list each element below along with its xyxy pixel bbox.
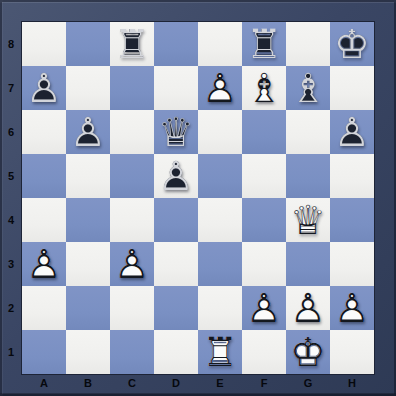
square-e3[interactable] [198, 242, 242, 286]
square-g7[interactable]: ♝♗ [286, 66, 330, 110]
white-bishop-outline-icon: ♗ [242, 66, 286, 110]
file-label-h: H [330, 374, 374, 396]
square-g8[interactable] [286, 22, 330, 66]
square-d5[interactable]: ♟♙ [154, 154, 198, 198]
square-h4[interactable] [330, 198, 374, 242]
square-e6[interactable] [198, 110, 242, 154]
black-pawn-outline-icon: ♙ [330, 110, 374, 154]
square-f1[interactable] [242, 330, 286, 374]
piece-black-bishop[interactable]: ♝♗ [286, 66, 330, 110]
file-label-a: A [22, 374, 66, 396]
white-rook-outline-icon: ♖ [198, 330, 242, 374]
square-e1[interactable]: ♜♖ [198, 330, 242, 374]
file-label-e: E [198, 374, 242, 396]
square-g1[interactable]: ♚♔ [286, 330, 330, 374]
chess-board: ♜♖♜♖♚♔♟♙♟♙♝♗♝♗♟♙♛♕♟♙♟♙♛♕♟♙♟♙♟♙♟♙♟♙♜♖♚♔ [22, 22, 374, 374]
square-a6[interactable] [22, 110, 66, 154]
square-a8[interactable] [22, 22, 66, 66]
square-g2[interactable]: ♟♙ [286, 286, 330, 330]
square-f5[interactable] [242, 154, 286, 198]
piece-white-pawn[interactable]: ♟♙ [286, 286, 330, 330]
rank-label-7: 7 [0, 66, 22, 110]
square-g3[interactable] [286, 242, 330, 286]
square-h8[interactable]: ♚♔ [330, 22, 374, 66]
piece-white-pawn[interactable]: ♟♙ [110, 242, 154, 286]
square-h6[interactable]: ♟♙ [330, 110, 374, 154]
white-pawn-outline-icon: ♙ [110, 242, 154, 286]
piece-black-king[interactable]: ♚♔ [330, 22, 374, 66]
black-queen-outline-icon: ♕ [154, 110, 198, 154]
square-c3[interactable]: ♟♙ [110, 242, 154, 286]
square-e2[interactable] [198, 286, 242, 330]
file-label-g: G [286, 374, 330, 396]
square-c5[interactable] [110, 154, 154, 198]
square-c6[interactable] [110, 110, 154, 154]
square-b8[interactable] [66, 22, 110, 66]
square-b1[interactable] [66, 330, 110, 374]
file-label-f: F [242, 374, 286, 396]
black-pawn-outline-icon: ♙ [154, 154, 198, 198]
square-c4[interactable] [110, 198, 154, 242]
square-c1[interactable] [110, 330, 154, 374]
square-a7[interactable]: ♟♙ [22, 66, 66, 110]
square-b5[interactable] [66, 154, 110, 198]
black-rook-outline-icon: ♖ [242, 22, 286, 66]
piece-black-pawn[interactable]: ♟♙ [66, 110, 110, 154]
chess-board-frame: 87654321 ABCDEFGH ♜♖♜♖♚♔♟♙♟♙♝♗♝♗♟♙♛♕♟♙♟♙… [0, 0, 396, 396]
rank-label-4: 4 [0, 198, 22, 242]
square-f8[interactable]: ♜♖ [242, 22, 286, 66]
piece-black-pawn[interactable]: ♟♙ [330, 110, 374, 154]
square-a3[interactable]: ♟♙ [22, 242, 66, 286]
white-pawn-outline-icon: ♙ [198, 66, 242, 110]
square-d4[interactable] [154, 198, 198, 242]
square-h7[interactable] [330, 66, 374, 110]
square-f7[interactable]: ♝♗ [242, 66, 286, 110]
square-h5[interactable] [330, 154, 374, 198]
rank-label-1: 1 [0, 330, 22, 374]
rank-label-8: 8 [0, 22, 22, 66]
file-labels: ABCDEFGH [22, 374, 374, 396]
rank-label-2: 2 [0, 286, 22, 330]
square-h1[interactable] [330, 330, 374, 374]
square-c2[interactable] [110, 286, 154, 330]
piece-white-rook[interactable]: ♜♖ [198, 330, 242, 374]
file-label-b: B [66, 374, 110, 396]
piece-white-pawn[interactable]: ♟♙ [198, 66, 242, 110]
square-g6[interactable] [286, 110, 330, 154]
square-h3[interactable] [330, 242, 374, 286]
square-b7[interactable] [66, 66, 110, 110]
square-f4[interactable] [242, 198, 286, 242]
square-f6[interactable] [242, 110, 286, 154]
piece-white-pawn[interactable]: ♟♙ [242, 286, 286, 330]
white-queen-outline-icon: ♕ [286, 198, 330, 242]
square-c8[interactable]: ♜♖ [110, 22, 154, 66]
white-pawn-outline-icon: ♙ [22, 242, 66, 286]
black-pawn-outline-icon: ♙ [66, 110, 110, 154]
file-label-d: D [154, 374, 198, 396]
black-king-outline-icon: ♔ [330, 22, 374, 66]
piece-white-pawn[interactable]: ♟♙ [22, 242, 66, 286]
square-f2[interactable]: ♟♙ [242, 286, 286, 330]
square-e4[interactable] [198, 198, 242, 242]
white-king-outline-icon: ♔ [286, 330, 330, 374]
rank-label-6: 6 [0, 110, 22, 154]
square-d7[interactable] [154, 66, 198, 110]
square-d6[interactable]: ♛♕ [154, 110, 198, 154]
piece-black-rook[interactable]: ♜♖ [110, 22, 154, 66]
black-rook-outline-icon: ♖ [110, 22, 154, 66]
square-g4[interactable]: ♛♕ [286, 198, 330, 242]
piece-white-queen[interactable]: ♛♕ [286, 198, 330, 242]
square-b2[interactable] [66, 286, 110, 330]
square-h2[interactable]: ♟♙ [330, 286, 374, 330]
piece-black-pawn[interactable]: ♟♙ [22, 66, 66, 110]
square-b4[interactable] [66, 198, 110, 242]
rank-labels: 87654321 [0, 22, 22, 374]
square-a4[interactable] [22, 198, 66, 242]
square-a2[interactable] [22, 286, 66, 330]
piece-black-rook[interactable]: ♜♖ [242, 22, 286, 66]
square-e7[interactable]: ♟♙ [198, 66, 242, 110]
square-b3[interactable] [66, 242, 110, 286]
piece-white-king[interactable]: ♚♔ [286, 330, 330, 374]
square-d1[interactable] [154, 330, 198, 374]
square-e8[interactable] [198, 22, 242, 66]
black-bishop-outline-icon: ♗ [286, 66, 330, 110]
rank-label-5: 5 [0, 154, 22, 198]
file-label-c: C [110, 374, 154, 396]
square-c7[interactable] [110, 66, 154, 110]
square-e5[interactable] [198, 154, 242, 198]
black-pawn-outline-icon: ♙ [22, 66, 66, 110]
white-pawn-outline-icon: ♙ [286, 286, 330, 330]
square-d3[interactable] [154, 242, 198, 286]
piece-white-bishop[interactable]: ♝♗ [242, 66, 286, 110]
square-g5[interactable] [286, 154, 330, 198]
square-b6[interactable]: ♟♙ [66, 110, 110, 154]
square-d8[interactable] [154, 22, 198, 66]
white-pawn-outline-icon: ♙ [242, 286, 286, 330]
piece-white-pawn[interactable]: ♟♙ [330, 286, 374, 330]
piece-black-pawn[interactable]: ♟♙ [154, 154, 198, 198]
square-d2[interactable] [154, 286, 198, 330]
white-pawn-outline-icon: ♙ [330, 286, 374, 330]
square-a5[interactable] [22, 154, 66, 198]
rank-label-3: 3 [0, 242, 22, 286]
square-a1[interactable] [22, 330, 66, 374]
piece-black-queen[interactable]: ♛♕ [154, 110, 198, 154]
square-f3[interactable] [242, 242, 286, 286]
